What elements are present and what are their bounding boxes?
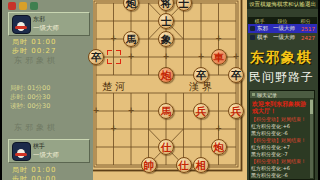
chat-scrollbar[interactable] (310, 99, 313, 178)
star-point: + (157, 48, 175, 66)
room-subtitle: 民间野路子 (249, 69, 314, 86)
piece-red-相[interactable]: 相 (193, 157, 209, 173)
piece-black-馬[interactable]: 馬 (123, 31, 139, 47)
piece-black-卒[interactable]: 卒 (193, 67, 209, 83)
chat-line: 红方积分变化:+6 (251, 123, 309, 130)
roster-score: 2427 (301, 35, 317, 41)
last-move-marker (105, 48, 123, 66)
piece-red-車[interactable]: 車 (211, 49, 227, 65)
chat-banner: 欢迎来到东邪象棋游戏大厅！ (252, 101, 308, 114)
right-sidebar: 设置棋规悔棋求和认输退出 棋手段位积分 东邪一级大师2517棋手一级大师2427… (247, 0, 318, 180)
roster-col-header: 棋手 (248, 18, 271, 24)
chat-line: 红方积分变化:+7 (251, 144, 309, 151)
piece-black-士[interactable]: 士 (158, 13, 174, 29)
piece-red-仕[interactable]: 仕 (176, 157, 192, 173)
roster-score: 2517 (301, 26, 317, 32)
piece-black-卒[interactable]: 卒 (88, 49, 104, 65)
star-point: + (122, 48, 140, 66)
player-icon (250, 26, 255, 31)
menu-bar: 设置棋规悔棋求和认输退出 (247, 0, 318, 9)
roster-row[interactable]: 棋手一级大师2427 (248, 33, 317, 42)
menu-item-认输[interactable]: 认输 (294, 1, 305, 8)
chat-line: 红方积分变化:+6 (251, 165, 309, 172)
chat-title-text: 聊天记录 (257, 92, 277, 98)
bottom-player-name: 棋手 (33, 142, 45, 151)
roster-name: 东邪 (257, 25, 273, 32)
game-window: 东邪 一级大师 局时 01:00 步时 00:27 东邪象棋 局时: 01分00… (0, 0, 320, 180)
chat-line: 黑方积分变化:-6 (251, 172, 309, 178)
bottom-player-rank: 一级大师 (33, 151, 59, 160)
piece-black-将[interactable]: 将 (158, 0, 174, 11)
piece-red-帥[interactable]: 帥 (141, 157, 157, 173)
chat-line: 【积分变动】对局结束！ (251, 158, 309, 165)
menu-item-棋规[interactable]: 棋规 (260, 1, 271, 8)
roster-header: 棋手段位积分 (248, 17, 317, 24)
top-player-avatar (12, 15, 31, 34)
roster-col-header: 段位 (271, 18, 294, 24)
top-player-name: 东邪 (33, 15, 45, 24)
chat-window: 聊天记录 欢迎来到东邪象棋游戏大厅！ 【积分变动】对局结束！红方积分变化:+6黑… (249, 90, 315, 180)
star-point: + (227, 48, 245, 66)
board-grid: ++++++++++炮将士士馬象卒車炮卒卒馬兵兵仕炮帥仕相 (87, 0, 245, 174)
menu-item-退出[interactable]: 退出 (305, 1, 316, 8)
star-point: + (192, 48, 210, 66)
chat-line: 【积分变动】对局结束！ (251, 137, 309, 144)
setting-game-time: 局时: 01分00 (10, 84, 50, 93)
piece-red-炮[interactable]: 炮 (158, 67, 174, 83)
brand-title: 东邪象棋 (250, 49, 312, 67)
piece-red-兵[interactable]: 兵 (193, 103, 209, 119)
menu-icon[interactable] (30, 2, 38, 10)
move-origin-brackets (107, 50, 121, 64)
chat-title-icon (252, 93, 255, 96)
piece-red-仕[interactable]: 仕 (158, 139, 174, 155)
piece-red-兵[interactable]: 兵 (228, 103, 244, 119)
xiangqi-board[interactable]: 楚河 漢界 ++++++++++炮将士士馬象卒車炮卒卒馬兵兵仕炮帥仕相 (93, 0, 247, 180)
star-point: + (87, 102, 105, 120)
piece-black-士[interactable]: 士 (176, 0, 192, 11)
star-point: + (210, 120, 228, 138)
piece-black-卒[interactable]: 卒 (228, 67, 244, 83)
piece-black-炮[interactable]: 炮 (123, 0, 139, 11)
roster-col-header: 积分 (294, 18, 317, 24)
top-player-card[interactable]: 东邪 一级大师 (8, 12, 90, 36)
coin-icon[interactable] (19, 2, 27, 10)
star-point: + (210, 30, 228, 48)
roster-row[interactable]: 东邪一级大师2517 (248, 24, 317, 33)
setting-countdown: 读秒: 00分30 (10, 102, 50, 111)
bottom-player-avatar (12, 142, 31, 161)
app-logo-icon[interactable] (8, 2, 16, 10)
chat-line: 黑方积分变化:-6 (251, 130, 309, 137)
watermark-text: 东邪象棋 (14, 55, 58, 66)
setting-move-time: 步时: 00分30 (10, 93, 50, 102)
piece-black-象[interactable]: 象 (158, 31, 174, 47)
bottom-player-move-time: 步时 00:00 (12, 174, 56, 180)
roster-name: 棋手 (257, 34, 273, 41)
chat-line: 【积分变动】对局结束！ (251, 116, 309, 123)
star-point: + (105, 30, 123, 48)
player-roster: 棋手段位积分 东邪一级大师2517棋手一级大师2427 (248, 17, 317, 42)
chat-messages: 欢迎来到东邪象棋游戏大厅！ 【积分变动】对局结束！红方积分变化:+6黑方积分变化… (251, 99, 309, 178)
piece-red-炮[interactable]: 炮 (211, 139, 227, 155)
star-point: + (105, 120, 123, 138)
menu-item-悔棋[interactable]: 悔棋 (271, 1, 282, 8)
top-player-rank: 一级大师 (33, 24, 59, 33)
left-sidebar: 东邪 一级大师 局时 01:00 步时 00:27 东邪象棋 局时: 01分00… (2, 0, 93, 180)
menu-item-设置[interactable]: 设置 (249, 1, 260, 8)
star-point: + (122, 102, 140, 120)
bottom-player-card[interactable]: 棋手 一级大师 (8, 139, 90, 163)
chat-line: 黑方积分变化:-7 (251, 151, 309, 158)
piece-red-馬[interactable]: 馬 (158, 103, 174, 119)
roster-rank: 一级大师 (273, 25, 301, 32)
roster-rank: 一级大师 (273, 34, 301, 41)
chat-scroll-thumb[interactable] (310, 100, 313, 114)
watermark-text-2: 东邪象棋 (14, 122, 58, 133)
chat-titlebar[interactable]: 聊天记录 (250, 91, 314, 98)
menu-item-求和[interactable]: 求和 (283, 1, 294, 8)
player-icon (250, 35, 255, 40)
